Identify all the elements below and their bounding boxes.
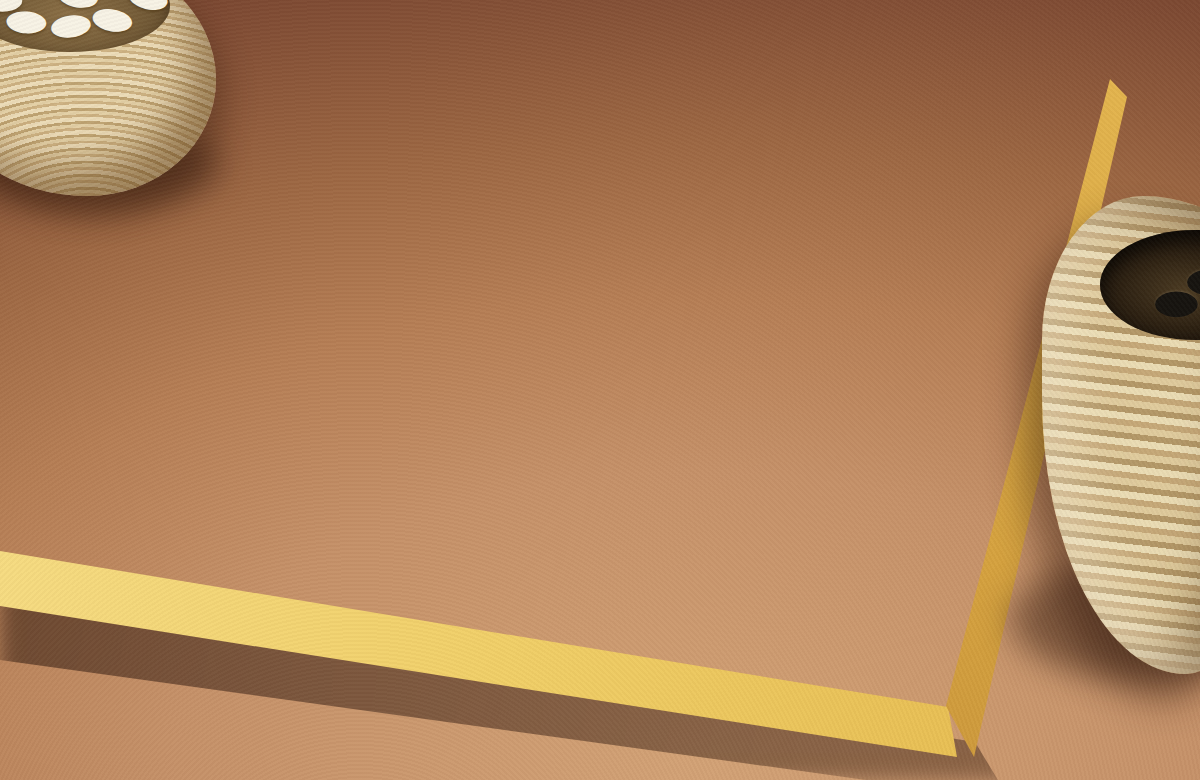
bowl-white-stone: ●	[3, 7, 50, 32]
bowl-black-stone: ●	[1152, 290, 1200, 314]
go-scene-photo: ●●●●●●●●●●●●●●●●●●●●●●●●●●●●●●●●●●●●●●●●…	[0, 0, 1200, 780]
black-bowl-opening: ●●●	[1100, 230, 1200, 340]
bowl-white-stone: ●	[88, 3, 137, 33]
white-stone-pile: ●●●●●●●●	[0, 0, 170, 52]
